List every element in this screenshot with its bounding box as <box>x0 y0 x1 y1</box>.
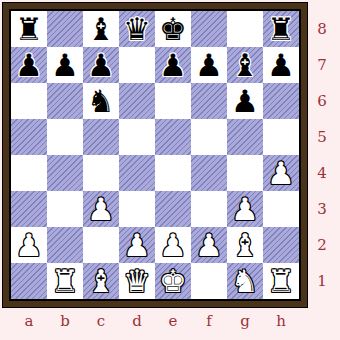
rank-label-4: 4 <box>309 155 335 191</box>
square-f2[interactable]: ♟ <box>191 227 227 263</box>
square-c3[interactable]: ♟ <box>83 191 119 227</box>
square-b7[interactable]: ♟ <box>47 47 83 83</box>
square-d7[interactable] <box>119 47 155 83</box>
piece-black-pawn[interactable]: ♟ <box>87 47 115 83</box>
piece-black-pawn[interactable]: ♟ <box>51 47 79 83</box>
piece-white-pawn[interactable]: ♟ <box>15 227 43 263</box>
piece-white-pawn[interactable]: ♟ <box>123 227 151 263</box>
square-e1[interactable]: ♚ <box>155 263 191 299</box>
square-b4[interactable] <box>47 155 83 191</box>
square-h2[interactable] <box>263 227 299 263</box>
square-f5[interactable] <box>191 119 227 155</box>
square-c2[interactable] <box>83 227 119 263</box>
square-e2[interactable]: ♟ <box>155 227 191 263</box>
piece-white-pawn[interactable]: ♟ <box>195 227 223 263</box>
square-b6[interactable] <box>47 83 83 119</box>
piece-white-rook[interactable]: ♜ <box>267 263 295 299</box>
square-c6[interactable]: ♞ <box>83 83 119 119</box>
piece-black-pawn[interactable]: ♟ <box>195 47 223 83</box>
square-a2[interactable]: ♟ <box>11 227 47 263</box>
piece-white-pawn[interactable]: ♟ <box>267 155 295 191</box>
square-e4[interactable] <box>155 155 191 191</box>
square-a6[interactable] <box>11 83 47 119</box>
file-label-h: h <box>263 308 299 334</box>
piece-white-bishop[interactable]: ♝ <box>87 263 115 299</box>
square-b3[interactable] <box>47 191 83 227</box>
board-frame: ♜♝♛♚♜♟♟♟♟♟♝♟♞♟♟♟♟♟♟♟♟♝♜♝♛♚♞♜ <box>2 2 308 308</box>
piece-black-pawn[interactable]: ♟ <box>159 47 187 83</box>
piece-white-pawn[interactable]: ♟ <box>87 191 115 227</box>
file-label-e: e <box>155 308 191 334</box>
square-f7[interactable]: ♟ <box>191 47 227 83</box>
file-label-c: c <box>83 308 119 334</box>
rank-label-1: 1 <box>309 263 335 299</box>
square-g5[interactable] <box>227 119 263 155</box>
square-h4[interactable]: ♟ <box>263 155 299 191</box>
file-label-g: g <box>227 308 263 334</box>
square-e6[interactable] <box>155 83 191 119</box>
square-h8[interactable]: ♜ <box>263 11 299 47</box>
square-f8[interactable] <box>191 11 227 47</box>
square-a8[interactable]: ♜ <box>11 11 47 47</box>
square-a7[interactable]: ♟ <box>11 47 47 83</box>
rank-labels: 87654321 <box>309 11 335 299</box>
square-h7[interactable]: ♟ <box>263 47 299 83</box>
piece-black-bishop[interactable]: ♝ <box>231 47 259 83</box>
piece-black-pawn[interactable]: ♟ <box>231 83 259 119</box>
square-e7[interactable]: ♟ <box>155 47 191 83</box>
square-d4[interactable] <box>119 155 155 191</box>
square-b2[interactable] <box>47 227 83 263</box>
chess-board: ♜♝♛♚♜♟♟♟♟♟♝♟♞♟♟♟♟♟♟♟♟♝♜♝♛♚♞♜ <box>11 11 299 299</box>
square-h5[interactable] <box>263 119 299 155</box>
file-label-d: d <box>119 308 155 334</box>
piece-white-rook[interactable]: ♜ <box>51 263 79 299</box>
square-b1[interactable]: ♜ <box>47 263 83 299</box>
piece-black-pawn[interactable]: ♟ <box>267 47 295 83</box>
square-f6[interactable] <box>191 83 227 119</box>
square-d3[interactable] <box>119 191 155 227</box>
square-f3[interactable] <box>191 191 227 227</box>
rank-label-3: 3 <box>309 191 335 227</box>
piece-black-knight[interactable]: ♞ <box>87 83 115 119</box>
square-b8[interactable] <box>47 11 83 47</box>
square-g3[interactable]: ♟ <box>227 191 263 227</box>
square-b5[interactable] <box>47 119 83 155</box>
rank-label-7: 7 <box>309 47 335 83</box>
piece-black-rook[interactable]: ♜ <box>267 11 295 47</box>
piece-white-pawn[interactable]: ♟ <box>231 191 259 227</box>
square-g6[interactable]: ♟ <box>227 83 263 119</box>
square-g8[interactable] <box>227 11 263 47</box>
rank-label-6: 6 <box>309 83 335 119</box>
square-c4[interactable] <box>83 155 119 191</box>
piece-white-queen[interactable]: ♛ <box>123 263 151 299</box>
square-c7[interactable]: ♟ <box>83 47 119 83</box>
board-border: ♜♝♛♚♜♟♟♟♟♟♝♟♞♟♟♟♟♟♟♟♟♝♜♝♛♚♞♜ <box>9 9 301 301</box>
square-d2[interactable]: ♟ <box>119 227 155 263</box>
file-label-f: f <box>191 308 227 334</box>
square-a5[interactable] <box>11 119 47 155</box>
piece-white-bishop[interactable]: ♝ <box>231 227 259 263</box>
square-e3[interactable] <box>155 191 191 227</box>
rank-label-2: 2 <box>309 227 335 263</box>
square-c5[interactable] <box>83 119 119 155</box>
square-d8[interactable]: ♛ <box>119 11 155 47</box>
square-c8[interactable]: ♝ <box>83 11 119 47</box>
piece-black-bishop[interactable]: ♝ <box>87 11 115 47</box>
square-d6[interactable] <box>119 83 155 119</box>
square-a1[interactable] <box>11 263 47 299</box>
square-d5[interactable] <box>119 119 155 155</box>
file-label-a: a <box>11 308 47 334</box>
square-h3[interactable] <box>263 191 299 227</box>
rank-label-5: 5 <box>309 119 335 155</box>
piece-black-rook[interactable]: ♜ <box>15 11 43 47</box>
rank-label-8: 8 <box>309 11 335 47</box>
square-c1[interactable]: ♝ <box>83 263 119 299</box>
square-g7[interactable]: ♝ <box>227 47 263 83</box>
piece-white-pawn[interactable]: ♟ <box>159 227 187 263</box>
piece-black-queen[interactable]: ♛ <box>123 11 151 47</box>
square-e8[interactable]: ♚ <box>155 11 191 47</box>
square-g1[interactable]: ♞ <box>227 263 263 299</box>
piece-black-pawn[interactable]: ♟ <box>15 47 43 83</box>
square-g4[interactable] <box>227 155 263 191</box>
square-d1[interactable]: ♛ <box>119 263 155 299</box>
file-labels: abcdefgh <box>11 308 299 334</box>
square-e5[interactable] <box>155 119 191 155</box>
square-f1[interactable] <box>191 263 227 299</box>
piece-white-knight[interactable]: ♞ <box>231 263 259 299</box>
square-a3[interactable] <box>11 191 47 227</box>
square-a4[interactable] <box>11 155 47 191</box>
board-frame-inner: ♜♝♛♚♜♟♟♟♟♟♝♟♞♟♟♟♟♟♟♟♟♝♜♝♛♚♞♜ <box>3 3 307 307</box>
square-g2[interactable]: ♝ <box>227 227 263 263</box>
square-f4[interactable] <box>191 155 227 191</box>
square-h6[interactable] <box>263 83 299 119</box>
file-label-b: b <box>47 308 83 334</box>
square-h1[interactable]: ♜ <box>263 263 299 299</box>
piece-black-king[interactable]: ♚ <box>159 11 187 47</box>
piece-white-king[interactable]: ♚ <box>159 263 187 299</box>
